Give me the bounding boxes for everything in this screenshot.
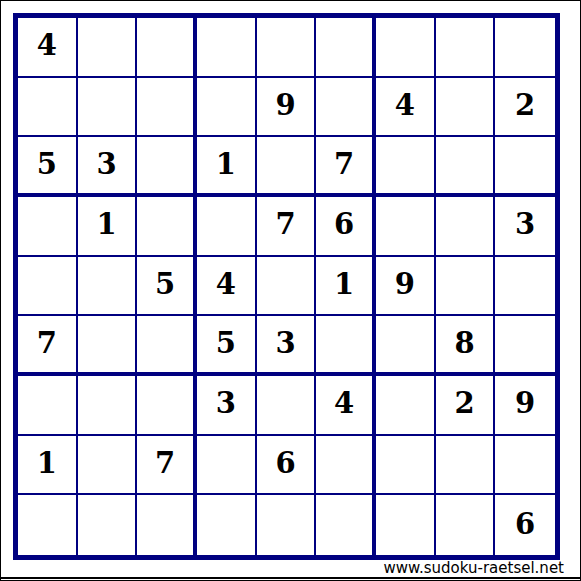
- cell-r3c8[interactable]: [436, 137, 496, 197]
- cell-r1c1: 4: [18, 18, 78, 78]
- cell-r6c9[interactable]: [495, 316, 555, 376]
- cell-r9c8[interactable]: [436, 495, 496, 555]
- cell-r7c4: 3: [197, 376, 257, 436]
- cell-r2c6[interactable]: [316, 78, 376, 138]
- cell-r8c4[interactable]: [197, 436, 257, 496]
- cell-r7c5[interactable]: [257, 376, 317, 436]
- cell-r5c4: 4: [197, 257, 257, 317]
- cell-r6c5: 3: [257, 316, 317, 376]
- cell-r2c9: 2: [495, 78, 555, 138]
- cell-r9c4[interactable]: [197, 495, 257, 555]
- cell-r5c1[interactable]: [18, 257, 78, 317]
- cell-r7c2[interactable]: [78, 376, 138, 436]
- cell-r5c3: 5: [137, 257, 197, 317]
- cell-r3c3[interactable]: [137, 137, 197, 197]
- cell-r3c4: 1: [197, 137, 257, 197]
- cell-r3c5[interactable]: [257, 137, 317, 197]
- cell-r2c1[interactable]: [18, 78, 78, 138]
- cell-r1c3[interactable]: [137, 18, 197, 78]
- watermark-text: www.sudoku-raetsel.net: [384, 561, 564, 576]
- cell-r5c9[interactable]: [495, 257, 555, 317]
- cell-r8c5: 6: [257, 436, 317, 496]
- cell-r3c6: 7: [316, 137, 376, 197]
- cell-r3c1: 5: [18, 137, 78, 197]
- cell-r8c8[interactable]: [436, 436, 496, 496]
- cell-r6c2[interactable]: [78, 316, 138, 376]
- cell-r6c3[interactable]: [137, 316, 197, 376]
- cell-r1c2[interactable]: [78, 18, 138, 78]
- cell-r4c7[interactable]: [376, 197, 436, 257]
- cell-r7c7[interactable]: [376, 376, 436, 436]
- cell-r2c4[interactable]: [197, 78, 257, 138]
- cell-r9c2[interactable]: [78, 495, 138, 555]
- cell-r8c3: 7: [137, 436, 197, 496]
- cell-r5c8[interactable]: [436, 257, 496, 317]
- cell-r7c1[interactable]: [18, 376, 78, 436]
- cell-r8c7[interactable]: [376, 436, 436, 496]
- cell-r5c5[interactable]: [257, 257, 317, 317]
- cell-r4c3[interactable]: [137, 197, 197, 257]
- cell-r3c7[interactable]: [376, 137, 436, 197]
- cell-r2c7: 4: [376, 78, 436, 138]
- cell-r4c5: 7: [257, 197, 317, 257]
- cell-r1c4[interactable]: [197, 18, 257, 78]
- cell-r4c6: 6: [316, 197, 376, 257]
- cell-r6c7[interactable]: [376, 316, 436, 376]
- cell-r5c7: 9: [376, 257, 436, 317]
- cell-r8c1: 1: [18, 436, 78, 496]
- cell-r7c6: 4: [316, 376, 376, 436]
- cell-r9c5[interactable]: [257, 495, 317, 555]
- cell-r9c1[interactable]: [18, 495, 78, 555]
- cell-r6c8: 8: [436, 316, 496, 376]
- sudoku-board: 4942531717635419753834291766: [13, 13, 560, 560]
- cell-r6c1: 7: [18, 316, 78, 376]
- cell-r9c3[interactable]: [137, 495, 197, 555]
- cell-r7c8: 2: [436, 376, 496, 436]
- cell-r9c9: 6: [495, 495, 555, 555]
- cell-r9c6[interactable]: [316, 495, 376, 555]
- cell-r1c5[interactable]: [257, 18, 317, 78]
- cell-r7c3[interactable]: [137, 376, 197, 436]
- cell-r5c6: 1: [316, 257, 376, 317]
- cell-r6c6[interactable]: [316, 316, 376, 376]
- cell-r6c4: 5: [197, 316, 257, 376]
- cell-r9c7[interactable]: [376, 495, 436, 555]
- cell-r4c9: 3: [495, 197, 555, 257]
- cell-r1c8[interactable]: [436, 18, 496, 78]
- cell-r1c9[interactable]: [495, 18, 555, 78]
- cell-r8c2[interactable]: [78, 436, 138, 496]
- cell-r4c2: 1: [78, 197, 138, 257]
- cell-r1c7[interactable]: [376, 18, 436, 78]
- cell-r2c2[interactable]: [78, 78, 138, 138]
- cell-r8c9[interactable]: [495, 436, 555, 496]
- cell-r2c3[interactable]: [137, 78, 197, 138]
- cell-r4c1[interactable]: [18, 197, 78, 257]
- cell-r1c6[interactable]: [316, 18, 376, 78]
- cell-r4c4[interactable]: [197, 197, 257, 257]
- cell-r4c8[interactable]: [436, 197, 496, 257]
- cell-r8c6[interactable]: [316, 436, 376, 496]
- cell-r3c2: 3: [78, 137, 138, 197]
- cell-r5c2[interactable]: [78, 257, 138, 317]
- cell-r2c5: 9: [257, 78, 317, 138]
- cell-r2c8[interactable]: [436, 78, 496, 138]
- cell-r3c9[interactable]: [495, 137, 555, 197]
- footer-rule: [0, 577, 581, 579]
- cell-r7c9: 9: [495, 376, 555, 436]
